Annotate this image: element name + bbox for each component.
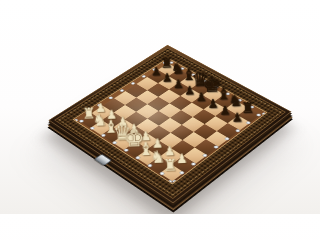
square-g6 (205, 116, 228, 131)
board-frame: ♜♞♝♛♚♝♞♜♟♟♟♟♟♟♟♟♟♟♟♟♟♟♟♟♜♞♝♛♚♝♞♜ (72, 58, 267, 185)
square-f6 (193, 109, 216, 124)
photo-backdrop: ♜♞♝♛♚♝♞♜♟♟♟♟♟♟♟♟♟♟♟♟♟♟♟♟♜♞♝♛♚♝♞♜ (0, 0, 320, 214)
square-h5 (206, 131, 229, 147)
piece-black-rook: ♜ (154, 56, 179, 71)
board-box: ♜♞♝♛♚♝♞♜♟♟♟♟♟♟♟♟♟♟♟♟♟♟♟♟♜♞♝♛♚♝♞♜ (48, 45, 291, 204)
piece-white-bishop: ♝ (97, 118, 124, 136)
chess-set: ♜♞♝♛♚♝♞♜♟♟♟♟♟♟♟♟♟♟♟♟♟♟♟♟♜♞♝♛♚♝♞♜ (81, 27, 259, 205)
square-h8: ♜ (238, 108, 261, 123)
carved-border: ♜♞♝♛♚♝♞♜♟♟♟♟♟♟♟♟♟♟♟♟♟♟♟♟♜♞♝♛♚♝♞♜ (54, 48, 286, 199)
square-h6 (217, 123, 240, 138)
square-e4 (159, 118, 182, 133)
